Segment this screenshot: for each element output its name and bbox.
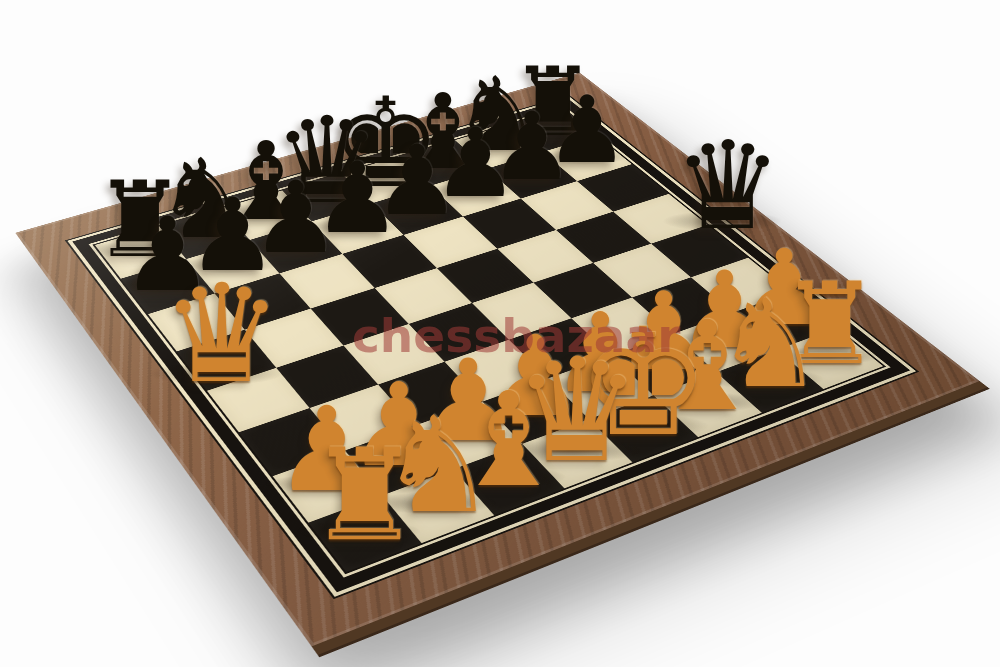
extra-queen-white[interactable]: ♛	[161, 267, 283, 403]
piece-white-rook-a1[interactable]: ♜	[308, 432, 422, 559]
chess-set-photo: ♜♞♝♛♚♝♞♜♟♟♟♟♟♟♟♟♟♟♟♟♟♟♟♟♜♞♝♛♚♝♞♜♛♛ chess…	[0, 0, 1000, 667]
